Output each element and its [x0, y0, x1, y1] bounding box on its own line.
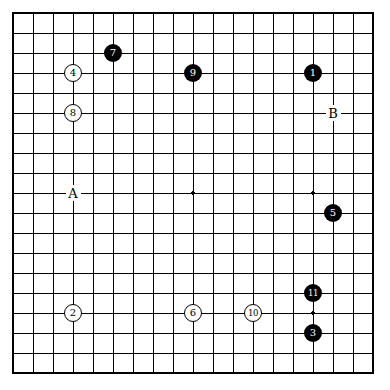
stone-black-9: 9 — [184, 64, 202, 82]
point-label-a: A — [66, 185, 81, 201]
stone-black-3: 3 — [304, 324, 322, 342]
stones-layer: 1234567891011AB — [3, 3, 383, 383]
go-diagram: 1234567891011AB — [0, 0, 390, 390]
stone-white-10: 10 — [244, 304, 262, 322]
stone-black-11: 11 — [304, 284, 322, 302]
stone-white-4: 4 — [64, 64, 82, 82]
stone-white-8: 8 — [64, 104, 82, 122]
stone-white-2: 2 — [64, 304, 82, 322]
stone-black-7: 7 — [104, 44, 122, 62]
stone-black-1: 1 — [304, 64, 322, 82]
stone-black-5: 5 — [324, 204, 342, 222]
point-label-b: B — [326, 105, 341, 121]
stone-white-6: 6 — [184, 304, 202, 322]
